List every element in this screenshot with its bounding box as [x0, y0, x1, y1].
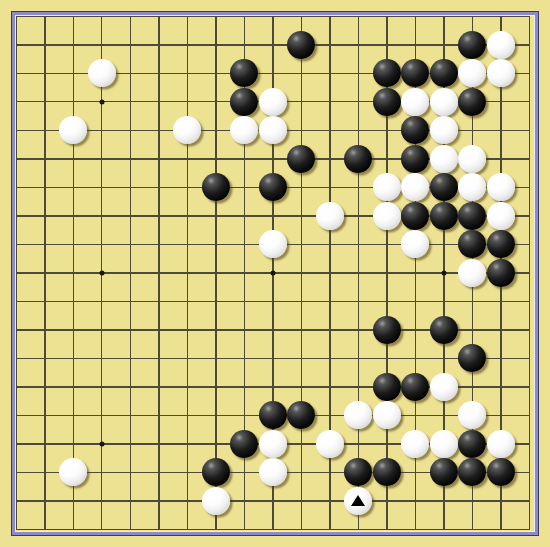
intersection[interactable] [59, 2, 88, 31]
intersection[interactable] [344, 486, 373, 515]
intersection[interactable] [87, 201, 116, 230]
intersection[interactable] [30, 30, 59, 59]
intersection[interactable] [458, 486, 487, 515]
intersection[interactable] [458, 315, 487, 344]
intersection[interactable] [87, 116, 116, 145]
intersection[interactable] [344, 429, 373, 458]
intersection[interactable] [401, 486, 430, 515]
intersection[interactable] [201, 486, 230, 515]
intersection[interactable] [30, 515, 59, 544]
intersection[interactable] [230, 173, 259, 202]
intersection[interactable] [173, 287, 202, 316]
intersection[interactable] [144, 258, 173, 287]
intersection[interactable] [144, 486, 173, 515]
intersection[interactable] [315, 201, 344, 230]
intersection[interactable] [87, 173, 116, 202]
intersection[interactable] [287, 401, 316, 430]
intersection[interactable] [401, 315, 430, 344]
intersection[interactable] [401, 201, 430, 230]
intersection[interactable] [486, 315, 515, 344]
intersection[interactable] [372, 287, 401, 316]
intersection[interactable] [59, 401, 88, 430]
intersection[interactable] [87, 258, 116, 287]
intersection[interactable] [486, 401, 515, 430]
intersection[interactable] [372, 116, 401, 145]
intersection[interactable] [287, 287, 316, 316]
intersection[interactable] [344, 287, 373, 316]
intersection[interactable] [230, 201, 259, 230]
intersection[interactable] [258, 344, 287, 373]
intersection[interactable] [201, 116, 230, 145]
intersection[interactable] [87, 287, 116, 316]
intersection[interactable] [372, 515, 401, 544]
intersection[interactable] [486, 458, 515, 487]
intersection[interactable] [401, 173, 430, 202]
intersection[interactable] [486, 144, 515, 173]
intersection[interactable] [30, 315, 59, 344]
intersection[interactable] [258, 429, 287, 458]
intersection[interactable] [201, 144, 230, 173]
intersection[interactable] [344, 344, 373, 373]
intersection[interactable] [144, 173, 173, 202]
intersection[interactable] [372, 372, 401, 401]
intersection[interactable] [201, 315, 230, 344]
intersection[interactable] [201, 173, 230, 202]
intersection[interactable] [515, 515, 544, 544]
intersection[interactable] [2, 230, 31, 259]
intersection[interactable] [344, 116, 373, 145]
intersection[interactable] [315, 116, 344, 145]
intersection[interactable] [201, 258, 230, 287]
intersection[interactable] [486, 201, 515, 230]
intersection[interactable] [201, 372, 230, 401]
intersection[interactable] [144, 344, 173, 373]
intersection[interactable] [458, 344, 487, 373]
intersection[interactable] [59, 429, 88, 458]
intersection[interactable] [315, 429, 344, 458]
intersection[interactable] [458, 429, 487, 458]
intersection[interactable] [515, 173, 544, 202]
intersection[interactable] [372, 144, 401, 173]
intersection[interactable] [401, 429, 430, 458]
intersection[interactable] [344, 30, 373, 59]
intersection[interactable] [515, 144, 544, 173]
intersection[interactable] [173, 87, 202, 116]
intersection[interactable] [486, 116, 515, 145]
intersection[interactable] [230, 458, 259, 487]
intersection[interactable] [230, 429, 259, 458]
intersection[interactable] [59, 458, 88, 487]
intersection[interactable] [315, 30, 344, 59]
intersection[interactable] [30, 287, 59, 316]
intersection[interactable] [372, 30, 401, 59]
intersection[interactable] [401, 515, 430, 544]
intersection[interactable] [315, 2, 344, 31]
intersection[interactable] [173, 315, 202, 344]
intersection[interactable] [2, 59, 31, 88]
intersection[interactable] [258, 372, 287, 401]
intersection[interactable] [116, 2, 145, 31]
intersection[interactable] [429, 429, 458, 458]
intersection[interactable] [30, 230, 59, 259]
intersection[interactable] [258, 144, 287, 173]
intersection[interactable] [344, 87, 373, 116]
intersection[interactable] [2, 372, 31, 401]
intersection[interactable] [429, 2, 458, 31]
intersection[interactable] [486, 372, 515, 401]
intersection[interactable] [87, 144, 116, 173]
intersection[interactable] [458, 30, 487, 59]
intersection[interactable] [315, 87, 344, 116]
intersection[interactable] [59, 87, 88, 116]
intersection[interactable] [230, 144, 259, 173]
intersection[interactable] [486, 515, 515, 544]
intersection[interactable] [2, 201, 31, 230]
intersection[interactable] [429, 344, 458, 373]
intersection[interactable] [230, 486, 259, 515]
intersection[interactable] [401, 458, 430, 487]
intersection[interactable] [144, 59, 173, 88]
intersection[interactable] [344, 201, 373, 230]
intersection[interactable] [201, 2, 230, 31]
intersection[interactable] [2, 173, 31, 202]
intersection[interactable] [344, 372, 373, 401]
intersection[interactable] [30, 458, 59, 487]
intersection[interactable] [59, 287, 88, 316]
intersection[interactable] [372, 201, 401, 230]
intersection[interactable] [2, 116, 31, 145]
intersection[interactable] [372, 401, 401, 430]
intersection[interactable] [401, 144, 430, 173]
intersection[interactable] [486, 287, 515, 316]
intersection[interactable] [116, 173, 145, 202]
intersection[interactable] [30, 116, 59, 145]
intersection[interactable] [515, 230, 544, 259]
intersection[interactable] [116, 87, 145, 116]
intersection[interactable] [401, 59, 430, 88]
intersection[interactable] [401, 258, 430, 287]
intersection[interactable] [486, 258, 515, 287]
intersection[interactable] [230, 258, 259, 287]
intersection[interactable] [2, 287, 31, 316]
intersection[interactable] [30, 429, 59, 458]
intersection[interactable] [116, 201, 145, 230]
intersection[interactable] [258, 30, 287, 59]
intersection[interactable] [144, 401, 173, 430]
intersection[interactable] [116, 287, 145, 316]
intersection[interactable] [429, 201, 458, 230]
intersection[interactable] [144, 458, 173, 487]
intersection[interactable] [287, 116, 316, 145]
goban[interactable] [0, 0, 550, 547]
intersection[interactable] [2, 2, 31, 31]
intersection[interactable] [201, 515, 230, 544]
intersection[interactable] [87, 315, 116, 344]
intersection[interactable] [258, 515, 287, 544]
intersection[interactable] [230, 116, 259, 145]
intersection[interactable] [258, 87, 287, 116]
intersection[interactable] [173, 116, 202, 145]
intersection[interactable] [258, 458, 287, 487]
intersection[interactable] [344, 59, 373, 88]
intersection[interactable] [59, 315, 88, 344]
intersection[interactable] [401, 30, 430, 59]
intersection[interactable] [2, 458, 31, 487]
intersection[interactable] [458, 144, 487, 173]
intersection[interactable] [287, 59, 316, 88]
intersection[interactable] [372, 258, 401, 287]
intersection[interactable] [401, 372, 430, 401]
intersection[interactable] [59, 372, 88, 401]
intersection[interactable] [372, 59, 401, 88]
intersection[interactable] [315, 401, 344, 430]
intersection[interactable] [258, 258, 287, 287]
intersection[interactable] [230, 515, 259, 544]
intersection[interactable] [258, 315, 287, 344]
intersection[interactable] [515, 2, 544, 31]
intersection[interactable] [30, 201, 59, 230]
intersection[interactable] [401, 287, 430, 316]
intersection[interactable] [144, 87, 173, 116]
intersection[interactable] [59, 515, 88, 544]
intersection[interactable] [344, 144, 373, 173]
intersection[interactable] [287, 87, 316, 116]
intersection[interactable] [173, 515, 202, 544]
intersection[interactable] [458, 116, 487, 145]
intersection[interactable] [173, 258, 202, 287]
intersection[interactable] [429, 230, 458, 259]
intersection[interactable] [59, 173, 88, 202]
intersection[interactable] [315, 344, 344, 373]
intersection[interactable] [458, 87, 487, 116]
intersection[interactable] [30, 87, 59, 116]
intersection[interactable] [116, 401, 145, 430]
intersection[interactable] [486, 30, 515, 59]
intersection[interactable] [2, 401, 31, 430]
intersection[interactable] [59, 486, 88, 515]
intersection[interactable] [429, 144, 458, 173]
intersection[interactable] [401, 87, 430, 116]
intersection[interactable] [344, 401, 373, 430]
intersection[interactable] [173, 59, 202, 88]
intersection[interactable] [116, 486, 145, 515]
intersection[interactable] [173, 144, 202, 173]
intersection[interactable] [515, 59, 544, 88]
intersection[interactable] [429, 315, 458, 344]
intersection[interactable] [144, 315, 173, 344]
intersection[interactable] [116, 258, 145, 287]
intersection[interactable] [230, 372, 259, 401]
intersection[interactable] [287, 201, 316, 230]
intersection[interactable] [458, 515, 487, 544]
intersection[interactable] [287, 344, 316, 373]
intersection[interactable] [87, 515, 116, 544]
intersection[interactable] [401, 2, 430, 31]
intersection[interactable] [173, 173, 202, 202]
intersection[interactable] [344, 458, 373, 487]
intersection[interactable] [201, 401, 230, 430]
intersection[interactable] [287, 2, 316, 31]
intersection[interactable] [372, 87, 401, 116]
intersection[interactable] [515, 258, 544, 287]
intersection[interactable] [429, 173, 458, 202]
intersection[interactable] [201, 429, 230, 458]
intersection[interactable] [401, 401, 430, 430]
intersection[interactable] [458, 287, 487, 316]
intersection[interactable] [173, 230, 202, 259]
intersection[interactable] [30, 173, 59, 202]
intersection[interactable] [458, 2, 487, 31]
intersection[interactable] [458, 201, 487, 230]
intersection[interactable] [30, 372, 59, 401]
intersection[interactable] [515, 458, 544, 487]
intersection[interactable] [287, 230, 316, 259]
intersection[interactable] [515, 401, 544, 430]
intersection[interactable] [372, 315, 401, 344]
intersection[interactable] [230, 287, 259, 316]
intersection[interactable] [429, 401, 458, 430]
intersection[interactable] [144, 287, 173, 316]
intersection[interactable] [315, 515, 344, 544]
intersection[interactable] [173, 486, 202, 515]
intersection[interactable] [486, 87, 515, 116]
intersection[interactable] [258, 173, 287, 202]
intersection[interactable] [486, 429, 515, 458]
intersection[interactable] [201, 59, 230, 88]
intersection[interactable] [486, 230, 515, 259]
intersection[interactable] [458, 258, 487, 287]
intersection[interactable] [372, 2, 401, 31]
intersection[interactable] [144, 116, 173, 145]
intersection[interactable] [173, 201, 202, 230]
intersection[interactable] [30, 59, 59, 88]
intersection[interactable] [429, 59, 458, 88]
intersection[interactable] [401, 230, 430, 259]
intersection[interactable] [258, 287, 287, 316]
intersection[interactable] [144, 30, 173, 59]
intersection[interactable] [458, 401, 487, 430]
intersection[interactable] [230, 230, 259, 259]
intersection[interactable] [515, 30, 544, 59]
intersection[interactable] [144, 230, 173, 259]
intersection[interactable] [258, 2, 287, 31]
intersection[interactable] [30, 144, 59, 173]
intersection[interactable] [2, 315, 31, 344]
intersection[interactable] [230, 344, 259, 373]
intersection[interactable] [144, 2, 173, 31]
intersection[interactable] [458, 230, 487, 259]
intersection[interactable] [144, 201, 173, 230]
intersection[interactable] [429, 372, 458, 401]
intersection[interactable] [287, 258, 316, 287]
intersection[interactable] [87, 458, 116, 487]
intersection[interactable] [287, 144, 316, 173]
intersection[interactable] [59, 258, 88, 287]
intersection[interactable] [486, 344, 515, 373]
intersection[interactable] [2, 87, 31, 116]
intersection[interactable] [59, 30, 88, 59]
intersection[interactable] [315, 258, 344, 287]
intersection[interactable] [429, 87, 458, 116]
intersection[interactable] [515, 372, 544, 401]
intersection[interactable] [315, 59, 344, 88]
intersection[interactable] [372, 230, 401, 259]
intersection[interactable] [2, 30, 31, 59]
intersection[interactable] [116, 30, 145, 59]
intersection[interactable] [258, 201, 287, 230]
intersection[interactable] [429, 287, 458, 316]
intersection[interactable] [344, 230, 373, 259]
intersection[interactable] [2, 515, 31, 544]
intersection[interactable] [429, 258, 458, 287]
intersection[interactable] [515, 287, 544, 316]
intersection[interactable] [173, 2, 202, 31]
intersection[interactable] [315, 230, 344, 259]
intersection[interactable] [116, 116, 145, 145]
intersection[interactable] [515, 116, 544, 145]
intersection[interactable] [87, 344, 116, 373]
intersection[interactable] [429, 458, 458, 487]
intersection[interactable] [173, 30, 202, 59]
intersection[interactable] [144, 144, 173, 173]
intersection[interactable] [87, 87, 116, 116]
intersection[interactable] [201, 30, 230, 59]
intersection[interactable] [116, 429, 145, 458]
intersection[interactable] [201, 87, 230, 116]
intersection[interactable] [344, 258, 373, 287]
intersection[interactable] [258, 486, 287, 515]
intersection[interactable] [144, 515, 173, 544]
intersection[interactable] [201, 287, 230, 316]
intersection[interactable] [116, 59, 145, 88]
intersection[interactable] [116, 315, 145, 344]
intersection[interactable] [315, 458, 344, 487]
intersection[interactable] [344, 173, 373, 202]
intersection[interactable] [458, 458, 487, 487]
intersection[interactable] [372, 173, 401, 202]
intersection[interactable] [287, 486, 316, 515]
intersection[interactable] [315, 315, 344, 344]
intersection[interactable] [87, 429, 116, 458]
intersection[interactable] [144, 429, 173, 458]
intersection[interactable] [2, 258, 31, 287]
intersection[interactable] [116, 458, 145, 487]
intersection[interactable] [315, 372, 344, 401]
intersection[interactable] [30, 486, 59, 515]
intersection[interactable] [287, 458, 316, 487]
intersection[interactable] [173, 458, 202, 487]
intersection[interactable] [30, 2, 59, 31]
intersection[interactable] [429, 486, 458, 515]
intersection[interactable] [201, 230, 230, 259]
intersection[interactable] [287, 372, 316, 401]
intersection[interactable] [315, 173, 344, 202]
intersection[interactable] [116, 372, 145, 401]
intersection[interactable] [87, 59, 116, 88]
intersection[interactable] [372, 344, 401, 373]
intersection[interactable] [258, 59, 287, 88]
intersection[interactable] [287, 173, 316, 202]
intersection[interactable] [87, 486, 116, 515]
intersection[interactable] [458, 173, 487, 202]
intersection[interactable] [344, 315, 373, 344]
intersection[interactable] [429, 30, 458, 59]
intersection[interactable] [372, 429, 401, 458]
intersection[interactable] [173, 401, 202, 430]
intersection[interactable] [315, 486, 344, 515]
intersection[interactable] [30, 401, 59, 430]
intersection[interactable] [87, 30, 116, 59]
